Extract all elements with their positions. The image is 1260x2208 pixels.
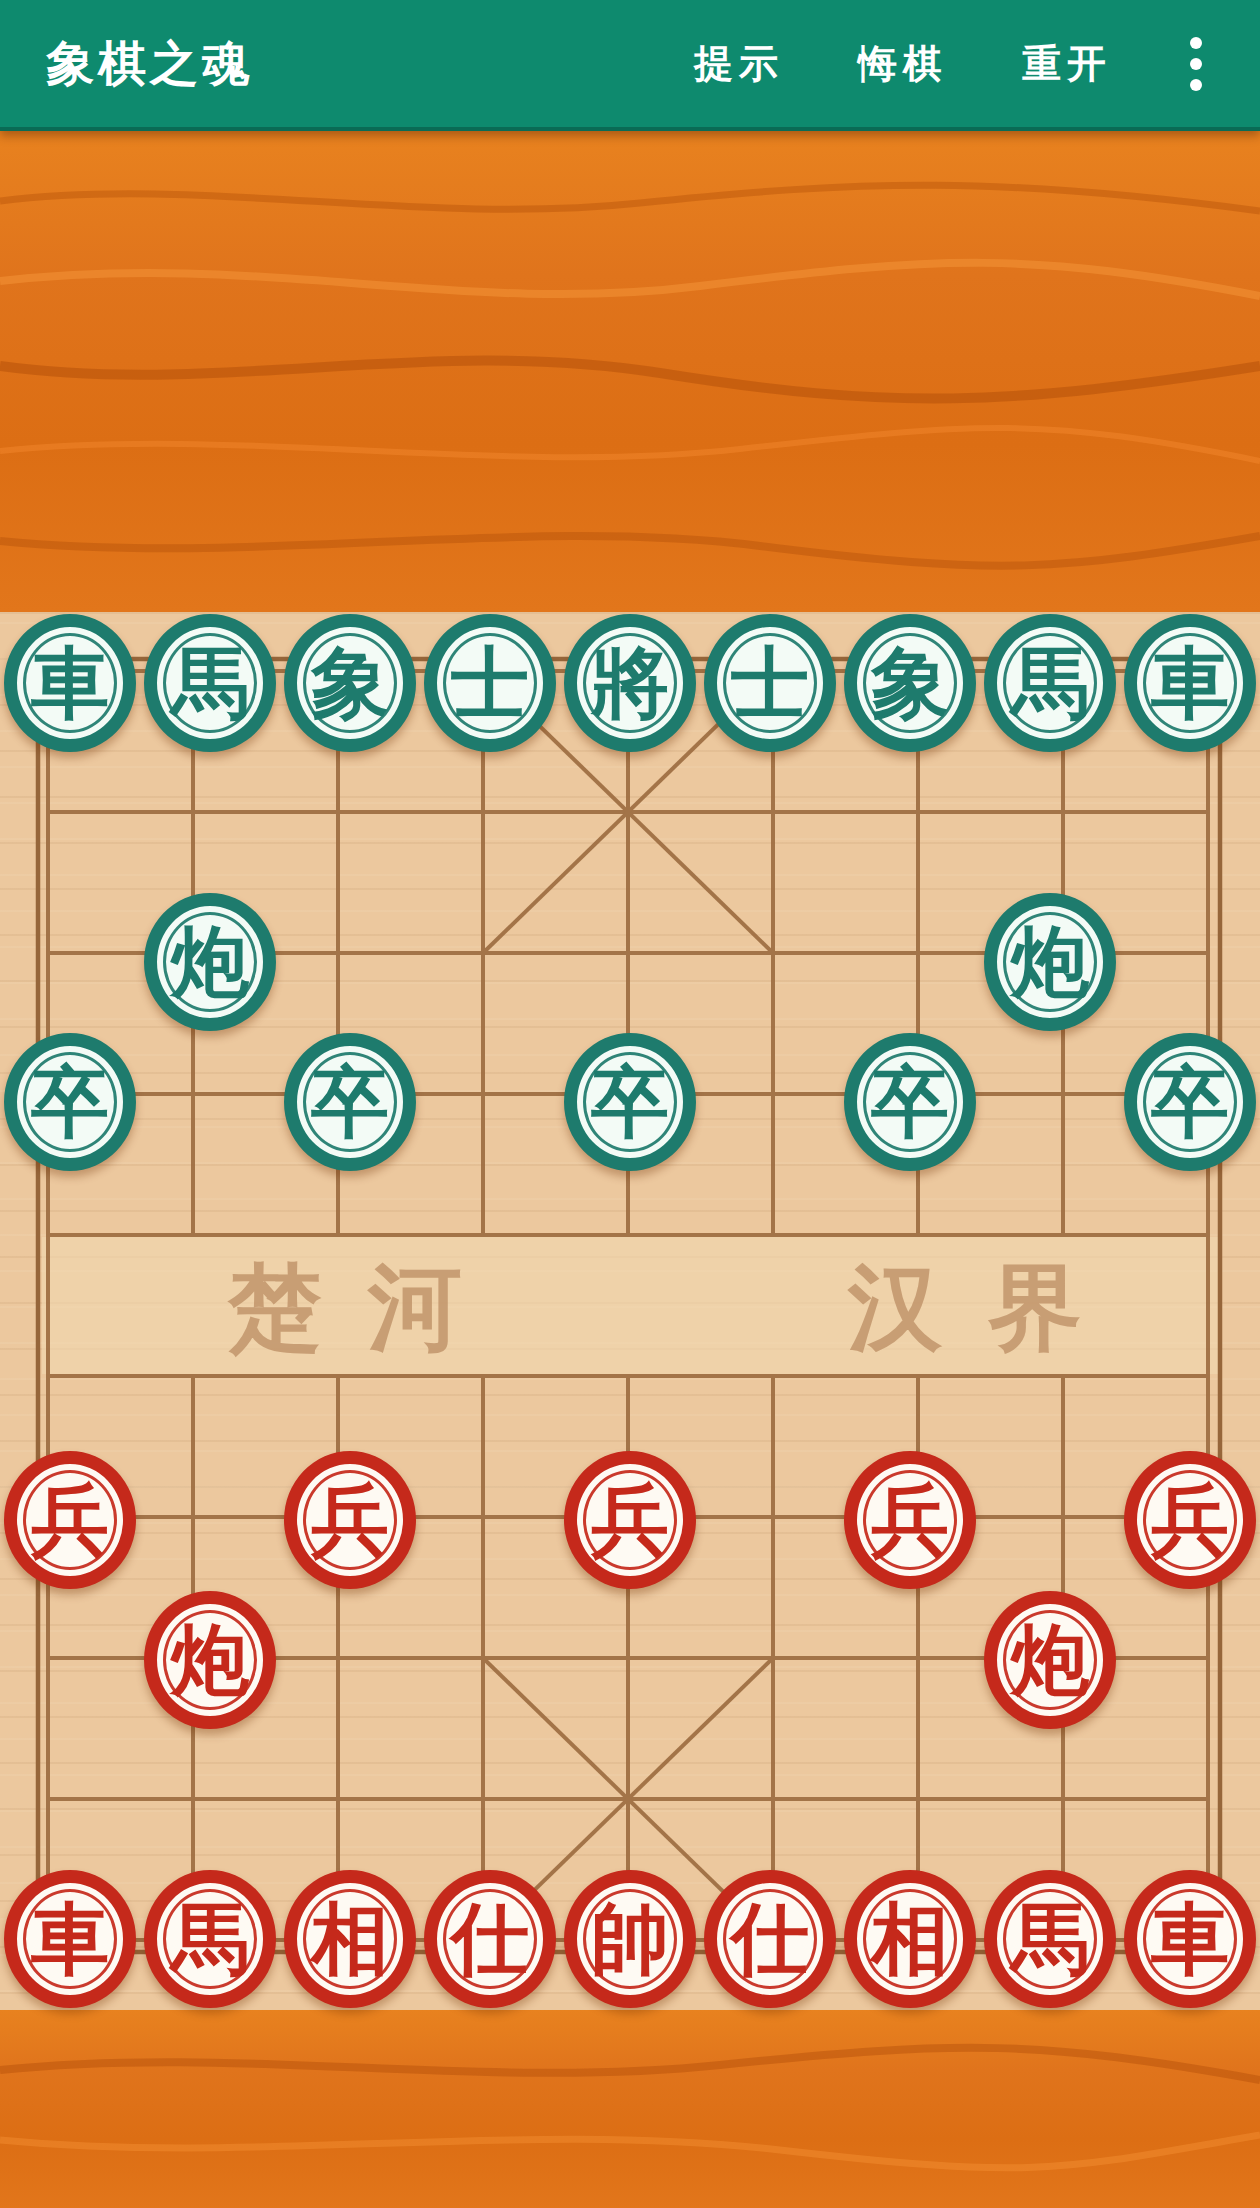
wood-grain-decoration: [0, 2010, 1260, 2208]
red-piece-glyph: 馬: [157, 1883, 263, 1995]
piece-black-soldier[interactable]: 卒: [564, 1033, 696, 1171]
undo-button[interactable]: 悔棋: [858, 37, 948, 91]
app-bar: 象棋之魂 提示 悔棋 重开: [0, 0, 1260, 131]
piece-black-chariot[interactable]: 車: [4, 614, 136, 752]
overflow-menu-icon[interactable]: [1186, 31, 1206, 97]
black-piece-glyph: 士: [717, 627, 823, 739]
piece-black-advisor[interactable]: 士: [704, 614, 836, 752]
black-piece-glyph: 士: [437, 627, 543, 739]
hint-button[interactable]: 提示: [694, 37, 784, 91]
piece-red-soldier[interactable]: 兵: [564, 1451, 696, 1589]
black-piece-glyph: 馬: [157, 627, 263, 739]
piece-black-cannon[interactable]: 炮: [984, 893, 1116, 1031]
xiangqi-board[interactable]: 楚河 汉界 車馬象士將士象馬車炮炮卒卒卒卒卒兵兵兵兵兵炮炮車馬相仕帥仕相馬車: [0, 612, 1260, 2010]
black-piece-glyph: 象: [297, 627, 403, 739]
red-piece-glyph: 相: [857, 1883, 963, 1995]
app-title: 象棋之魂: [46, 32, 254, 96]
pieces-layer: 車馬象士將士象馬車炮炮卒卒卒卒卒兵兵兵兵兵炮炮車馬相仕帥仕相馬車: [0, 612, 1260, 2010]
piece-black-advisor[interactable]: 士: [424, 614, 556, 752]
piece-black-soldier[interactable]: 卒: [4, 1033, 136, 1171]
piece-red-soldier[interactable]: 兵: [1124, 1451, 1256, 1589]
piece-black-elephant[interactable]: 象: [284, 614, 416, 752]
piece-red-soldier[interactable]: 兵: [284, 1451, 416, 1589]
piece-black-soldier[interactable]: 卒: [1124, 1033, 1256, 1171]
black-piece-glyph: 卒: [577, 1046, 683, 1158]
piece-red-cannon[interactable]: 炮: [144, 1591, 276, 1729]
piece-red-elephant[interactable]: 相: [284, 1870, 416, 2008]
piece-red-horse[interactable]: 馬: [984, 1870, 1116, 2008]
piece-red-cannon[interactable]: 炮: [984, 1591, 1116, 1729]
black-piece-glyph: 馬: [997, 627, 1103, 739]
piece-red-chariot[interactable]: 車: [4, 1870, 136, 2008]
piece-black-soldier[interactable]: 卒: [284, 1033, 416, 1171]
red-piece-glyph: 兵: [577, 1464, 683, 1576]
black-piece-glyph: 卒: [1137, 1046, 1243, 1158]
red-piece-glyph: 炮: [157, 1604, 263, 1716]
red-piece-glyph: 兵: [857, 1464, 963, 1576]
red-piece-glyph: 車: [1137, 1883, 1243, 1995]
piece-black-horse[interactable]: 馬: [144, 614, 276, 752]
piece-red-advisor[interactable]: 仕: [424, 1870, 556, 2008]
red-piece-glyph: 仕: [717, 1883, 823, 1995]
black-piece-glyph: 象: [857, 627, 963, 739]
wood-background-top: [0, 131, 1260, 612]
red-piece-glyph: 兵: [1137, 1464, 1243, 1576]
black-piece-glyph: 車: [17, 627, 123, 739]
black-piece-glyph: 卒: [297, 1046, 403, 1158]
restart-button[interactable]: 重开: [1022, 37, 1112, 91]
piece-red-chariot[interactable]: 車: [1124, 1870, 1256, 2008]
piece-red-soldier[interactable]: 兵: [4, 1451, 136, 1589]
black-piece-glyph: 卒: [857, 1046, 963, 1158]
wood-grain-decoration: [0, 131, 1260, 612]
piece-black-general[interactable]: 將: [564, 614, 696, 752]
piece-black-chariot[interactable]: 車: [1124, 614, 1256, 752]
red-piece-glyph: 車: [17, 1883, 123, 1995]
black-piece-glyph: 炮: [157, 906, 263, 1018]
piece-black-horse[interactable]: 馬: [984, 614, 1116, 752]
red-piece-glyph: 馬: [997, 1883, 1103, 1995]
piece-red-horse[interactable]: 馬: [144, 1870, 276, 2008]
piece-red-soldier[interactable]: 兵: [844, 1451, 976, 1589]
piece-red-advisor[interactable]: 仕: [704, 1870, 836, 2008]
red-piece-glyph: 帥: [577, 1883, 683, 1995]
piece-black-cannon[interactable]: 炮: [144, 893, 276, 1031]
red-piece-glyph: 相: [297, 1883, 403, 1995]
app-bar-actions: 提示 悔棋 重开: [694, 31, 1260, 97]
wood-background-bottom: [0, 2010, 1260, 2208]
black-piece-glyph: 車: [1137, 627, 1243, 739]
red-piece-glyph: 兵: [17, 1464, 123, 1576]
red-piece-glyph: 兵: [297, 1464, 403, 1576]
red-piece-glyph: 仕: [437, 1883, 543, 1995]
black-piece-glyph: 卒: [17, 1046, 123, 1158]
black-piece-glyph: 炮: [997, 906, 1103, 1018]
black-piece-glyph: 將: [577, 627, 683, 739]
piece-black-elephant[interactable]: 象: [844, 614, 976, 752]
piece-red-elephant[interactable]: 相: [844, 1870, 976, 2008]
red-piece-glyph: 炮: [997, 1604, 1103, 1716]
piece-black-soldier[interactable]: 卒: [844, 1033, 976, 1171]
piece-red-general[interactable]: 帥: [564, 1870, 696, 2008]
